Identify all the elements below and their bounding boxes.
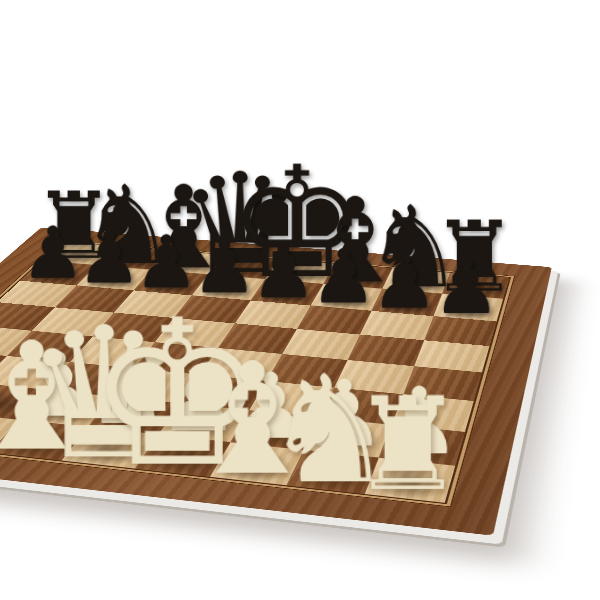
chess-board: ♜♞♝♛♚♝♞♜♟♟♟♟♟♟♟♟♟♟♟♟♟♟♟♟♜♞♝♛♚♝♞♜ — [0, 227, 552, 535]
board-grid: ♜♞♝♛♚♝♞♜♟♟♟♟♟♟♟♟♟♟♟♟♟♟♟♟♜♞♝♛♚♝♞♜ — [0, 242, 509, 503]
square-h6 — [424, 316, 496, 346]
piece-black-pawn-f7: ♟ — [310, 240, 377, 315]
square-h1: ♜ — [365, 458, 455, 503]
piece-white-rook-h1: ♜ — [350, 381, 465, 509]
piece-black-pawn-a7: ♟ — [21, 218, 85, 290]
square-g6 — [360, 311, 433, 340]
chess-set-photo: ♜♞♝♛♚♝♞♜♟♟♟♟♟♟♟♟♟♟♟♟♟♟♟♟♜♞♝♛♚♝♞♜ — [0, 0, 600, 600]
camera: ♜♞♝♛♚♝♞♜♟♟♟♟♟♟♟♟♟♟♟♟♟♟♟♟♜♞♝♛♚♝♞♜ — [0, 0, 600, 600]
